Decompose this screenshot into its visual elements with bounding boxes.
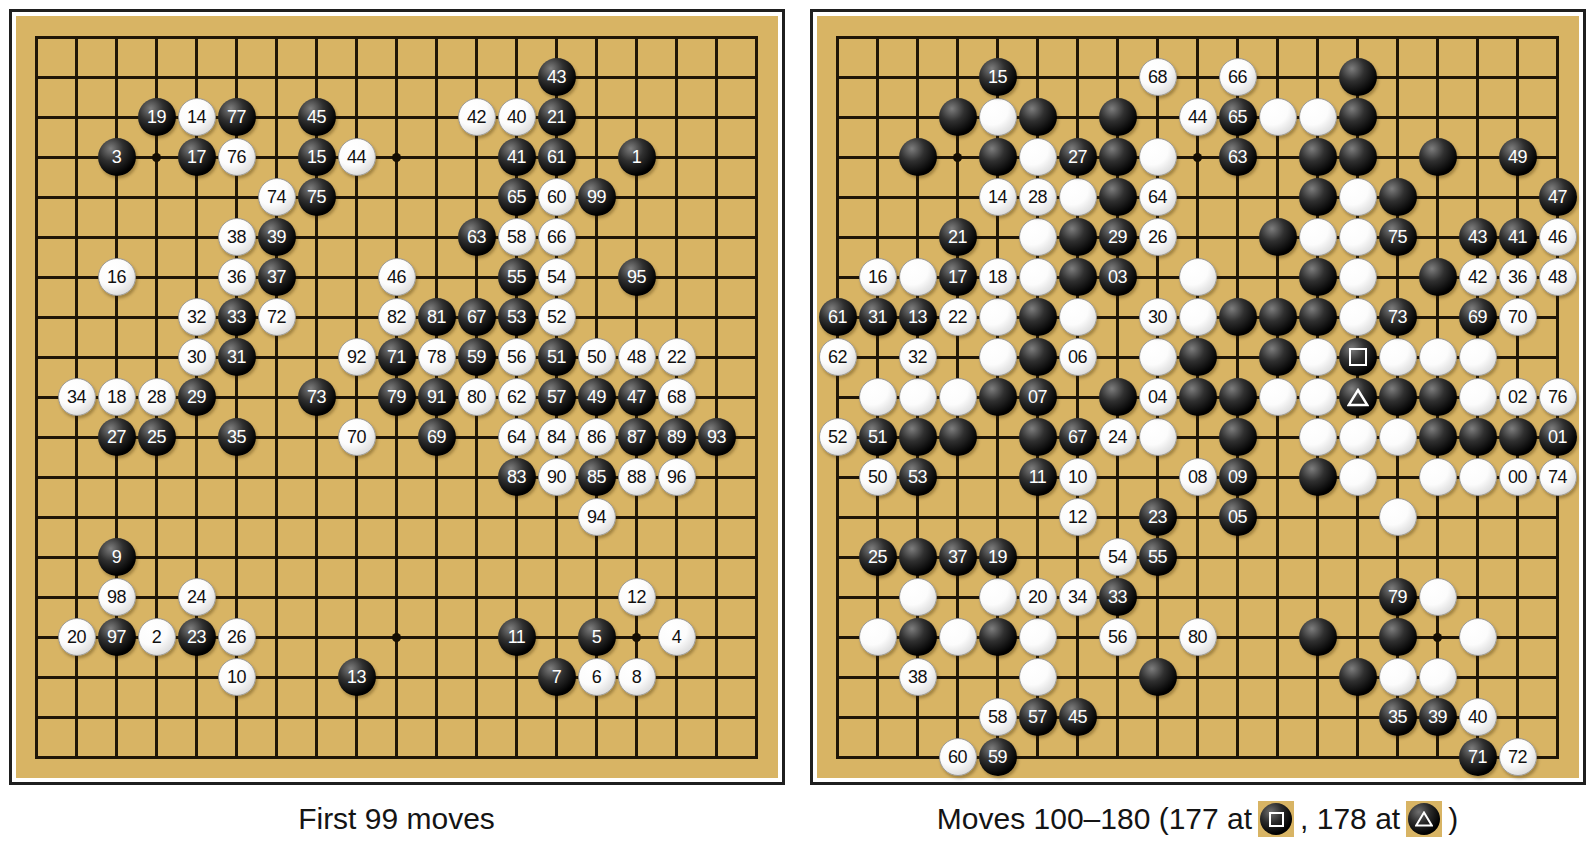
white-stone xyxy=(939,378,977,416)
move-number-label: 21 xyxy=(547,108,566,126)
black-stone-move-47: 47 xyxy=(1539,178,1577,216)
move-number-label: 14 xyxy=(187,108,206,126)
black-stone-move-61: 61 xyxy=(819,298,857,336)
move-number-label: 48 xyxy=(1548,268,1567,286)
white-stone-move-70: 70 xyxy=(338,418,376,456)
move-number-label: 17 xyxy=(948,268,967,286)
white-stone xyxy=(1259,378,1297,416)
move-number-label: 49 xyxy=(1508,148,1527,166)
move-number-label: 39 xyxy=(267,228,286,246)
move-number-label: 84 xyxy=(547,428,566,446)
move-number-label: 53 xyxy=(507,308,526,326)
white-stone-move-92: 92 xyxy=(338,338,376,376)
black-stone-move-63: 63 xyxy=(1219,138,1257,176)
move-number-label: 08 xyxy=(1188,468,1207,486)
black-stone-move-85: 85 xyxy=(578,458,616,496)
move-number-label: 92 xyxy=(347,348,366,366)
black-stone-move-87: 87 xyxy=(618,418,656,456)
move-number-label: 59 xyxy=(988,748,1007,766)
white-stone-move-64: 64 xyxy=(1139,178,1177,216)
black-stone-move-71: 71 xyxy=(1459,738,1497,776)
move-number-label: 95 xyxy=(627,268,646,286)
white-stone-move-38: 38 xyxy=(899,658,937,696)
stones-grid: 1568664465276349142864472129267543414616… xyxy=(818,17,1578,777)
move-number-label: 61 xyxy=(547,148,566,166)
black-stone-move-03: 03 xyxy=(1099,258,1137,296)
move-number-label: 41 xyxy=(1508,228,1527,246)
white-stone-move-94: 94 xyxy=(578,498,616,536)
white-stone-move-84: 84 xyxy=(538,418,576,456)
move-number-label: 10 xyxy=(227,668,246,686)
move-number-label: 9 xyxy=(112,548,122,566)
white-stone-move-96: 96 xyxy=(658,458,696,496)
black-stone xyxy=(1219,418,1257,456)
black-stone xyxy=(1099,138,1137,176)
black-stone xyxy=(1139,658,1177,696)
white-stone-move-42: 42 xyxy=(458,98,496,136)
move-number-label: 22 xyxy=(948,308,967,326)
move-number-label: 72 xyxy=(267,308,286,326)
white-stone xyxy=(1019,658,1057,696)
black-stone xyxy=(1259,218,1297,256)
black-stone-move-49: 49 xyxy=(578,378,616,416)
move-number-label: 31 xyxy=(868,308,887,326)
white-stone-move-40: 40 xyxy=(498,98,536,136)
white-stone-move-74: 74 xyxy=(1539,458,1577,496)
move-number-label: 37 xyxy=(948,548,967,566)
white-stone-move-10: 10 xyxy=(1059,458,1097,496)
white-stone-move-80: 80 xyxy=(1179,618,1217,656)
move-number-label: 24 xyxy=(1108,428,1127,446)
black-stone xyxy=(979,618,1017,656)
move-number-label: 11 xyxy=(1029,468,1047,486)
move-number-label: 27 xyxy=(107,428,126,446)
black-stone xyxy=(1019,98,1057,136)
white-stone xyxy=(1339,298,1377,336)
white-stone-move-46: 46 xyxy=(378,258,416,296)
white-stone xyxy=(1339,218,1377,256)
move-number-label: 47 xyxy=(1548,188,1567,206)
white-stone-move-76: 76 xyxy=(218,138,256,176)
move-number-label: 56 xyxy=(1108,628,1127,646)
white-stone xyxy=(1299,378,1337,416)
white-stone-move-36: 36 xyxy=(1499,258,1537,296)
move-number-label: 27 xyxy=(1068,148,1087,166)
move-number-label: 31 xyxy=(227,348,246,366)
move-number-label: 94 xyxy=(587,508,606,526)
move-number-label: 09 xyxy=(1228,468,1247,486)
black-stone-move-57: 57 xyxy=(1019,698,1057,736)
move-number-label: 93 xyxy=(707,428,726,446)
move-number-label: 26 xyxy=(1148,228,1167,246)
move-number-label: 20 xyxy=(67,628,86,646)
move-number-label: 75 xyxy=(1388,228,1407,246)
white-stone xyxy=(1019,218,1057,256)
black-stone xyxy=(1339,138,1377,176)
white-stone-move-46: 46 xyxy=(1539,218,1577,256)
black-stone-move-53: 53 xyxy=(899,458,937,496)
white-stone-move-88: 88 xyxy=(618,458,656,496)
black-stone-move-77: 77 xyxy=(218,98,256,136)
white-stone-move-14: 14 xyxy=(178,98,216,136)
white-stone xyxy=(1179,258,1217,296)
move-number-label: 23 xyxy=(187,628,206,646)
white-stone xyxy=(1419,578,1457,616)
move-number-label: 30 xyxy=(187,348,206,366)
white-stone xyxy=(1419,458,1457,496)
white-stone-move-34: 34 xyxy=(58,378,96,416)
black-stone-move-61: 61 xyxy=(538,138,576,176)
move-number-label: 35 xyxy=(1388,708,1407,726)
white-stone-move-54: 54 xyxy=(538,258,576,296)
move-number-label: 36 xyxy=(227,268,246,286)
move-number-label: 05 xyxy=(1228,508,1247,526)
black-stone xyxy=(1299,618,1337,656)
black-stone-move-07: 07 xyxy=(1019,378,1057,416)
white-stone xyxy=(899,578,937,616)
black-stone xyxy=(1499,418,1537,456)
black-stone-move-75: 75 xyxy=(298,178,336,216)
black-stone-move-73: 73 xyxy=(298,378,336,416)
caption-text-suffix: ) xyxy=(1448,802,1458,836)
white-stone-move-2: 2 xyxy=(138,618,176,656)
black-stone xyxy=(1179,338,1217,376)
move-number-label: 15 xyxy=(307,148,326,166)
diagram-moves-100-180: 1568664465276349142864472129267543414616… xyxy=(810,9,1586,841)
black-stone-move-15: 15 xyxy=(298,138,336,176)
white-stone xyxy=(1139,138,1177,176)
black-stone-move-31: 31 xyxy=(859,298,897,336)
white-stone-move-72: 72 xyxy=(258,298,296,336)
move-number-label: 80 xyxy=(1188,628,1207,646)
white-stone-move-16: 16 xyxy=(98,258,136,296)
black-stone-move-59: 59 xyxy=(458,338,496,376)
black-stone-move-27: 27 xyxy=(98,418,136,456)
move-number-label: 60 xyxy=(948,748,967,766)
black-stone xyxy=(1219,378,1257,416)
black-stone-move-39: 39 xyxy=(258,218,296,256)
white-stone-move-66: 66 xyxy=(538,218,576,256)
white-stone-move-80: 80 xyxy=(458,378,496,416)
black-stone-move-75: 75 xyxy=(1379,218,1417,256)
black-stone xyxy=(1259,338,1297,376)
move-number-label: 67 xyxy=(1068,428,1087,446)
white-stone xyxy=(1459,338,1497,376)
black-stone xyxy=(1219,298,1257,336)
white-stone xyxy=(1019,618,1057,656)
move-number-label: 33 xyxy=(227,308,246,326)
move-number-label: 13 xyxy=(347,668,366,686)
move-number-label: 86 xyxy=(587,428,606,446)
move-number-label: 19 xyxy=(988,548,1007,566)
move-number-label: 8 xyxy=(632,668,642,686)
white-stone xyxy=(1339,458,1377,496)
move-number-label: 55 xyxy=(507,268,526,286)
black-stone xyxy=(1099,98,1137,136)
move-number-label: 51 xyxy=(547,348,566,366)
move-number-label: 62 xyxy=(507,388,526,406)
white-stone-move-00: 00 xyxy=(1499,458,1537,496)
move-number-label: 44 xyxy=(347,148,366,166)
white-stone-move-20: 20 xyxy=(1019,578,1057,616)
move-number-label: 4 xyxy=(672,628,682,646)
black-stone-triangle-marked xyxy=(1339,378,1377,416)
black-stone-move-97: 97 xyxy=(98,618,136,656)
move-number-label: 35 xyxy=(227,428,246,446)
move-number-label: 71 xyxy=(387,348,406,366)
black-stone-move-33: 33 xyxy=(218,298,256,336)
white-stone-move-58: 58 xyxy=(979,698,1017,736)
white-stone-move-70: 70 xyxy=(1499,298,1537,336)
move-number-label: 88 xyxy=(627,468,646,486)
black-stone xyxy=(1419,418,1457,456)
black-stone-move-55: 55 xyxy=(498,258,536,296)
move-number-label: 12 xyxy=(627,588,646,606)
white-stone-move-56: 56 xyxy=(1099,618,1137,656)
move-number-label: 18 xyxy=(988,268,1007,286)
move-number-label: 80 xyxy=(467,388,486,406)
black-stone-move-5: 5 xyxy=(578,618,616,656)
move-number-label: 63 xyxy=(1228,148,1247,166)
black-stone-move-11: 11 xyxy=(1019,458,1057,496)
black-stone xyxy=(1299,298,1337,336)
black-stone-move-59: 59 xyxy=(979,738,1017,776)
move-number-label: 04 xyxy=(1148,388,1167,406)
white-stone xyxy=(1059,298,1097,336)
black-stone-move-35: 35 xyxy=(1379,698,1417,736)
white-stone xyxy=(1299,98,1337,136)
move-number-label: 29 xyxy=(187,388,206,406)
move-number-label: 56 xyxy=(507,348,526,366)
move-number-label: 65 xyxy=(1228,108,1247,126)
white-stone xyxy=(1419,338,1457,376)
move-number-label: 38 xyxy=(908,668,927,686)
move-number-label: 6 xyxy=(592,668,602,686)
move-number-label: 5 xyxy=(592,628,602,646)
black-stone-move-79: 79 xyxy=(378,378,416,416)
move-number-label: 55 xyxy=(1148,548,1167,566)
move-number-label: 23 xyxy=(1148,508,1167,526)
move-number-label: 66 xyxy=(547,228,566,246)
white-stone-move-98: 98 xyxy=(98,578,136,616)
white-stone-move-8: 8 xyxy=(618,658,656,696)
move-number-label: 25 xyxy=(147,428,166,446)
black-stone-move-43: 43 xyxy=(1459,218,1497,256)
white-stone xyxy=(1379,418,1417,456)
move-number-label: 29 xyxy=(1108,228,1127,246)
move-number-label: 75 xyxy=(307,188,326,206)
move-number-label: 78 xyxy=(427,348,446,366)
move-number-label: 33 xyxy=(1108,588,1127,606)
move-number-label: 15 xyxy=(988,68,1007,86)
black-stone-move-47: 47 xyxy=(618,378,656,416)
move-number-label: 37 xyxy=(267,268,286,286)
black-stone-move-99: 99 xyxy=(578,178,616,216)
caption-text-mid: , 178 at xyxy=(1300,802,1400,836)
move-number-label: 58 xyxy=(507,228,526,246)
white-stone-move-32: 32 xyxy=(899,338,937,376)
white-stone-move-6: 6 xyxy=(578,658,616,696)
white-stone-move-50: 50 xyxy=(578,338,616,376)
white-stone xyxy=(979,298,1017,336)
black-stone-move-81: 81 xyxy=(418,298,456,336)
black-stone xyxy=(899,138,937,176)
white-stone-move-32: 32 xyxy=(178,298,216,336)
white-stone-move-4: 4 xyxy=(658,618,696,656)
move-number-label: 70 xyxy=(1508,308,1527,326)
move-number-label: 39 xyxy=(1428,708,1447,726)
move-number-label: 57 xyxy=(547,388,566,406)
black-stone-move-3: 3 xyxy=(98,138,136,176)
white-stone-move-90: 90 xyxy=(538,458,576,496)
black-stone-move-57: 57 xyxy=(538,378,576,416)
white-stone xyxy=(1299,218,1337,256)
move-number-label: 16 xyxy=(868,268,887,286)
move-number-label: 34 xyxy=(1068,588,1087,606)
move-number-label: 60 xyxy=(547,188,566,206)
black-stone-move-7: 7 xyxy=(538,658,576,696)
move-number-label: 17 xyxy=(187,148,206,166)
move-number-label: 91 xyxy=(427,388,446,406)
black-stone xyxy=(1379,378,1417,416)
move-number-label: 87 xyxy=(627,428,646,446)
move-number-label: 83 xyxy=(507,468,526,486)
move-number-label: 50 xyxy=(587,348,606,366)
white-stone-move-22: 22 xyxy=(658,338,696,376)
move-number-label: 68 xyxy=(1148,68,1167,86)
black-stone-move-79: 79 xyxy=(1379,578,1417,616)
black-stone-move-25: 25 xyxy=(138,418,176,456)
move-number-label: 85 xyxy=(587,468,606,486)
move-number-label: 79 xyxy=(1388,588,1407,606)
move-number-label: 28 xyxy=(147,388,166,406)
stones-grid: 4319147745424021317761544416117475656099… xyxy=(17,17,777,777)
move-number-label: 99 xyxy=(587,188,606,206)
white-stone-move-16: 16 xyxy=(859,258,897,296)
move-number-label: 7 xyxy=(552,668,562,686)
black-stone-move-11: 11 xyxy=(498,618,536,656)
move-number-label: 01 xyxy=(1548,428,1567,446)
move-number-label: 53 xyxy=(908,468,927,486)
white-stone xyxy=(859,378,897,416)
black-stone-move-93: 93 xyxy=(698,418,736,456)
white-stone xyxy=(1459,618,1497,656)
black-stone-move-43: 43 xyxy=(538,58,576,96)
black-stone xyxy=(1179,378,1217,416)
black-stone xyxy=(979,138,1017,176)
white-stone-move-60: 60 xyxy=(538,178,576,216)
move-number-label: 02 xyxy=(1508,388,1527,406)
move-number-label: 81 xyxy=(427,308,446,326)
white-stone-move-26: 26 xyxy=(218,618,256,656)
white-stone xyxy=(1459,378,1497,416)
white-stone-move-18: 18 xyxy=(98,378,136,416)
black-stone-move-17: 17 xyxy=(178,138,216,176)
black-stone xyxy=(1339,658,1377,696)
white-stone-move-60: 60 xyxy=(939,738,977,776)
move-number-label: 61 xyxy=(828,308,847,326)
move-number-label: 19 xyxy=(147,108,166,126)
move-number-label: 13 xyxy=(908,308,927,326)
move-number-label: 98 xyxy=(107,588,126,606)
white-stone-move-66: 66 xyxy=(1219,58,1257,96)
move-number-label: 62 xyxy=(828,348,847,366)
white-stone-move-28: 28 xyxy=(1019,178,1057,216)
move-number-label: 22 xyxy=(667,348,686,366)
move-number-label: 2 xyxy=(152,628,162,646)
white-stone-move-76: 76 xyxy=(1539,378,1577,416)
move-number-label: 46 xyxy=(1548,228,1567,246)
move-number-label: 43 xyxy=(547,68,566,86)
white-stone xyxy=(1419,658,1457,696)
black-stone-move-71: 71 xyxy=(378,338,416,376)
white-stone-move-12: 12 xyxy=(1059,498,1097,536)
white-stone-move-04: 04 xyxy=(1139,378,1177,416)
move-number-label: 1 xyxy=(632,148,642,166)
black-stone xyxy=(899,618,937,656)
white-stone-move-30: 30 xyxy=(1139,298,1177,336)
white-stone xyxy=(1339,258,1377,296)
move-number-label: 10 xyxy=(1068,468,1087,486)
white-stone-move-08: 08 xyxy=(1179,458,1217,496)
black-stone xyxy=(1299,458,1337,496)
black-stone xyxy=(1339,58,1377,96)
triangle-marker-icon xyxy=(1347,388,1369,407)
move-number-label: 40 xyxy=(507,108,526,126)
black-stone xyxy=(1459,418,1497,456)
white-stone-move-40: 40 xyxy=(1459,698,1497,736)
move-number-label: 54 xyxy=(547,268,566,286)
black-stone-move-01: 01 xyxy=(1539,418,1577,456)
white-stone xyxy=(1299,338,1337,376)
white-stone-move-20: 20 xyxy=(58,618,96,656)
move-number-label: 20 xyxy=(1028,588,1047,606)
move-number-label: 52 xyxy=(547,308,566,326)
move-number-label: 42 xyxy=(467,108,486,126)
black-stone-move-21: 21 xyxy=(538,98,576,136)
black-stone-move-67: 67 xyxy=(1059,418,1097,456)
move-number-label: 28 xyxy=(1028,188,1047,206)
move-number-label: 77 xyxy=(227,108,246,126)
move-number-label: 43 xyxy=(1468,228,1487,246)
white-stone-move-68: 68 xyxy=(658,378,696,416)
move-number-label: 66 xyxy=(1228,68,1247,86)
black-stone-move-63: 63 xyxy=(458,218,496,256)
move-number-label: 38 xyxy=(227,228,246,246)
black-stone-move-41: 41 xyxy=(1499,218,1537,256)
move-number-label: 65 xyxy=(507,188,526,206)
diagram-first-99: 4319147745424021317761544416117475656099… xyxy=(9,9,785,841)
black-stone xyxy=(1419,378,1457,416)
move-number-label: 68 xyxy=(667,388,686,406)
black-stone-move-27: 27 xyxy=(1059,138,1097,176)
move-number-label: 3 xyxy=(112,148,122,166)
black-stone-move-37: 37 xyxy=(939,538,977,576)
white-stone-move-52: 52 xyxy=(819,418,857,456)
go-board-first-99: 4319147745424021317761544416117475656099… xyxy=(16,16,778,778)
move-number-label: 34 xyxy=(67,388,86,406)
move-number-label: 25 xyxy=(868,548,887,566)
black-stone xyxy=(1419,258,1457,296)
black-stone xyxy=(1019,298,1057,336)
go-diagram-page: 4319147745424021317761544416117475656099… xyxy=(0,0,1594,841)
move-number-label: 89 xyxy=(667,428,686,446)
black-stone-move-55: 55 xyxy=(1139,538,1177,576)
black-stone-move-09: 09 xyxy=(1219,458,1257,496)
move-number-label: 24 xyxy=(187,588,206,606)
black-stone-move-23: 23 xyxy=(1139,498,1177,536)
board-frame: 1568664465276349142864472129267543414616… xyxy=(810,9,1586,785)
